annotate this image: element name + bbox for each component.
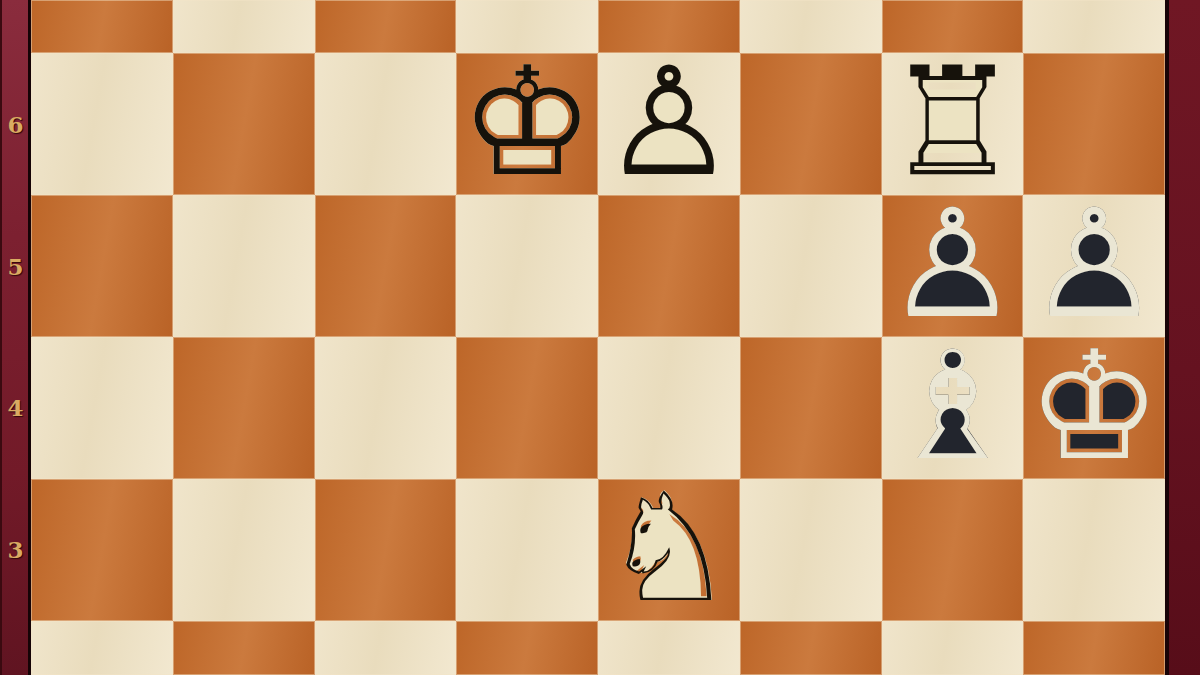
piece-black-pawn-g5[interactable]: ♟♙ [885,189,1019,339]
rank-label-5: 5 [3,253,28,280]
square-b5[interactable] [173,195,315,337]
square-c7[interactable] [315,0,457,53]
piece-glyph-outline: ♖ [885,47,1019,197]
square-h7[interactable] [1023,0,1165,53]
rank-label-6: 6 [3,111,28,138]
square-h5[interactable]: ♟♙ [1023,195,1165,337]
square-a4[interactable] [31,337,173,479]
piece-black-pawn-h5[interactable]: ♟♙ [1027,189,1161,339]
rank-label-3: 3 [3,536,28,563]
piece-white-knight-e3[interactable]: ♞♘ [602,473,736,623]
square-e5[interactable] [598,195,740,337]
square-e3[interactable]: ♞♘ [598,479,740,621]
square-f4[interactable] [740,337,882,479]
square-d4[interactable] [456,337,598,479]
piece-glyph-outline: ♙ [1027,189,1161,339]
square-c2[interactable] [315,621,457,675]
square-c5[interactable] [315,195,457,337]
square-e6[interactable]: ♟♙ [598,53,740,195]
square-h6[interactable] [1023,53,1165,195]
board-border-left: 6543 [0,0,31,675]
piece-glyph-outline: ♔ [460,47,594,197]
piece-black-king-h4[interactable]: ♚♔ [1027,331,1161,481]
piece-glyph-outline: ♙ [602,47,736,197]
square-c4[interactable] [315,337,457,479]
square-g5[interactable]: ♟♙ [882,195,1024,337]
piece-white-pawn-e6[interactable]: ♟♙ [602,47,736,197]
square-a7[interactable] [31,0,173,53]
square-a5[interactable] [31,195,173,337]
square-a2[interactable] [31,621,173,675]
square-b4[interactable] [173,337,315,479]
square-d2[interactable] [456,621,598,675]
square-g4[interactable]: ♝♗ [882,337,1024,479]
piece-black-bishop-g4[interactable]: ♝♗ [885,331,1019,481]
square-d3[interactable] [456,479,598,621]
square-b3[interactable] [173,479,315,621]
square-b7[interactable] [173,0,315,53]
square-g2[interactable] [882,621,1024,675]
board-border-right [1165,0,1200,675]
square-d5[interactable] [456,195,598,337]
chess-board-screenshot: ♚♔♟♙♜♖♟♙♟♙♝♗♚♔♞♘ 6543 [0,0,1200,675]
piece-white-rook-g6[interactable]: ♜♖ [885,47,1019,197]
square-b2[interactable] [173,621,315,675]
piece-glyph-outline: ♗ [885,331,1019,481]
piece-glyph-outline: ♙ [885,189,1019,339]
square-h2[interactable] [1023,621,1165,675]
square-c6[interactable] [315,53,457,195]
square-h3[interactable] [1023,479,1165,621]
square-f2[interactable] [740,621,882,675]
square-b6[interactable] [173,53,315,195]
square-d6[interactable]: ♚♔ [456,53,598,195]
piece-glyph-outline: ♔ [1027,331,1161,481]
square-e2[interactable] [598,621,740,675]
square-c3[interactable] [315,479,457,621]
square-f6[interactable] [740,53,882,195]
piece-glyph-outline: ♘ [602,473,736,623]
square-f7[interactable] [740,0,882,53]
piece-white-king-d6[interactable]: ♚♔ [460,47,594,197]
square-e4[interactable] [598,337,740,479]
square-h4[interactable]: ♚♔ [1023,337,1165,479]
square-a3[interactable] [31,479,173,621]
square-a6[interactable] [31,53,173,195]
square-g3[interactable] [882,479,1024,621]
square-f3[interactable] [740,479,882,621]
square-f5[interactable] [740,195,882,337]
rank-label-4: 4 [3,394,28,421]
chessboard: ♚♔♟♙♜♖♟♙♟♙♝♗♚♔♞♘ [31,0,1165,675]
square-g6[interactable]: ♜♖ [882,53,1024,195]
